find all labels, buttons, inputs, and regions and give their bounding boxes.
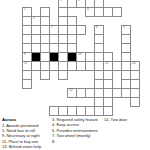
- clue-item[interactable]: 14. Two door: [104, 117, 148, 122]
- crossword-grid[interactable]: 1824576391011121413: [22, 0, 141, 117]
- clues-down-column-2: 14. Two door: [104, 117, 148, 122]
- grid-cell[interactable]: [40, 70, 50, 80]
- crossword-page: 1824576391011121413 Across 2. Awards pre…: [0, 0, 150, 150]
- grid-cell[interactable]: [76, 25, 86, 35]
- cell-number: 14: [132, 62, 135, 65]
- cell-number: 9: [24, 53, 26, 56]
- grid-cell[interactable]: [103, 106, 113, 116]
- cell-number: 7: [51, 26, 53, 29]
- cell-number: 6: [96, 26, 98, 29]
- clue-item[interactable]: 13. Behind vision help: [2, 144, 50, 149]
- cell-number: 1: [60, 0, 62, 2]
- cell-number: 12: [105, 62, 108, 65]
- cell-number: 8: [78, 0, 80, 2]
- cell-number: 2: [24, 8, 26, 11]
- cell-number: 3: [123, 26, 125, 29]
- cell-number: 11: [24, 62, 27, 65]
- grid-cell[interactable]: [130, 97, 140, 107]
- down-clue-list-2: 14. Two door: [104, 117, 148, 122]
- clues-down-column-1: 3. Required safety feature4. Easy access…: [52, 117, 103, 144]
- clues-across-column: Across 2. Awards presented5. Need four t…: [2, 117, 50, 150]
- cell-number: 4: [87, 8, 89, 11]
- grid-cell[interactable]: [58, 70, 68, 80]
- cell-number: 13: [69, 89, 72, 92]
- across-clue-list: 2. Awards presented5. Need four to roll9…: [2, 123, 50, 150]
- down-clue-list-1: 3. Required safety feature4. Easy access…: [52, 117, 103, 144]
- clue-item[interactable]: 8.: [52, 139, 103, 144]
- cell-number: 5: [33, 17, 35, 20]
- grid-cell[interactable]: [22, 79, 32, 89]
- grid-cell[interactable]: [112, 7, 122, 17]
- cell-number: 10: [78, 53, 81, 56]
